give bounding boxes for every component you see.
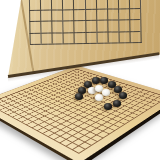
black-stone[interactable] bbox=[104, 103, 113, 110]
white-stone[interactable] bbox=[102, 89, 111, 96]
black-stone[interactable] bbox=[75, 93, 84, 100]
black-stone[interactable] bbox=[113, 100, 122, 107]
black-stone[interactable] bbox=[100, 77, 109, 84]
stones-layer bbox=[0, 0, 160, 160]
white-stone[interactable] bbox=[95, 94, 104, 101]
go-set-photo bbox=[0, 0, 160, 160]
black-stone[interactable] bbox=[119, 92, 128, 99]
